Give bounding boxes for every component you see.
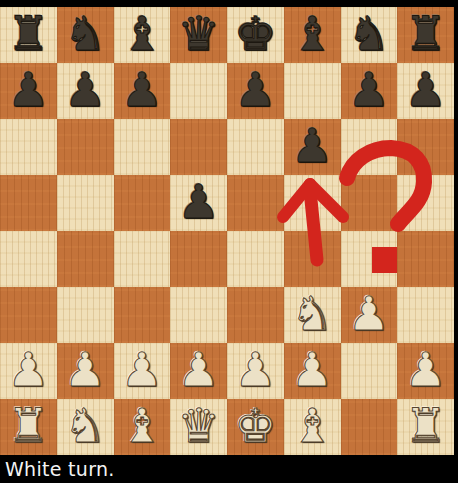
square-d5[interactable]: ♟ [170,175,227,231]
black-p-piece[interactable]: ♟ [64,66,106,113]
square-g5[interactable] [341,175,398,231]
square-c7[interactable]: ♟ [114,63,171,119]
square-a6[interactable] [0,119,57,175]
black-q-piece[interactable]: ♛ [178,10,220,57]
square-g2[interactable] [341,343,398,399]
square-g6[interactable] [341,119,398,175]
square-b8[interactable]: ♞ [57,7,114,63]
square-d7[interactable] [170,63,227,119]
white-p-piece[interactable]: ♟ [291,346,333,393]
black-p-piece[interactable]: ♟ [348,66,390,113]
square-f8[interactable]: ♝ [284,7,341,63]
square-a4[interactable] [0,231,57,287]
square-f1[interactable]: ♝ [284,399,341,455]
square-c5[interactable] [114,175,171,231]
white-n-piece[interactable]: ♞ [64,402,106,449]
square-a8[interactable]: ♜ [0,7,57,63]
square-d1[interactable]: ♛ [170,399,227,455]
square-f3[interactable]: ♞ [284,287,341,343]
square-h1[interactable]: ♜ [397,399,454,455]
white-p-piece[interactable]: ♟ [121,346,163,393]
square-b6[interactable] [57,119,114,175]
white-p-piece[interactable]: ♟ [234,346,276,393]
square-a5[interactable] [0,175,57,231]
square-f7[interactable] [284,63,341,119]
black-p-piece[interactable]: ♟ [7,66,49,113]
square-a3[interactable] [0,287,57,343]
black-p-piece[interactable]: ♟ [291,122,333,169]
white-b-piece[interactable]: ♝ [291,402,333,449]
square-e5[interactable] [227,175,284,231]
square-b2[interactable]: ♟ [57,343,114,399]
black-n-piece[interactable]: ♞ [64,10,106,57]
white-p-piece[interactable]: ♟ [178,346,220,393]
white-p-piece[interactable]: ♟ [7,346,49,393]
square-h4[interactable] [397,231,454,287]
white-n-piece[interactable]: ♞ [291,290,333,337]
square-c8[interactable]: ♝ [114,7,171,63]
square-e3[interactable] [227,287,284,343]
square-d8[interactable]: ♛ [170,7,227,63]
square-g8[interactable]: ♞ [341,7,398,63]
square-g4[interactable] [341,231,398,287]
square-d2[interactable]: ♟ [170,343,227,399]
square-h2[interactable]: ♟ [397,343,454,399]
white-r-piece[interactable]: ♜ [7,402,49,449]
black-p-piece[interactable]: ♟ [178,178,220,225]
black-r-piece[interactable]: ♜ [405,10,447,57]
square-g3[interactable]: ♟ [341,287,398,343]
white-b-piece[interactable]: ♝ [121,402,163,449]
white-p-piece[interactable]: ♟ [348,290,390,337]
square-g1[interactable] [341,399,398,455]
black-p-piece[interactable]: ♟ [121,66,163,113]
square-f2[interactable]: ♟ [284,343,341,399]
black-p-piece[interactable]: ♟ [234,66,276,113]
square-e2[interactable]: ♟ [227,343,284,399]
black-p-piece[interactable]: ♟ [405,66,447,113]
status-bar: White turn. [0,455,458,483]
square-h8[interactable]: ♜ [397,7,454,63]
square-b7[interactable]: ♟ [57,63,114,119]
square-d6[interactable] [170,119,227,175]
square-f4[interactable] [284,231,341,287]
square-a2[interactable]: ♟ [0,343,57,399]
square-e6[interactable] [227,119,284,175]
square-b4[interactable] [57,231,114,287]
square-a1[interactable]: ♜ [0,399,57,455]
white-p-piece[interactable]: ♟ [64,346,106,393]
square-c4[interactable] [114,231,171,287]
turn-indicator: White turn. [5,458,115,480]
square-b3[interactable] [57,287,114,343]
white-r-piece[interactable]: ♜ [405,402,447,449]
black-n-piece[interactable]: ♞ [348,10,390,57]
square-b5[interactable] [57,175,114,231]
square-c3[interactable] [114,287,171,343]
chess-board: ♜♞♝♛♚♝♞♜♟♟♟♟♟♟♟♟♞♟♟♟♟♟♟♟♟♜♞♝♛♚♝♜ [0,7,454,455]
square-e4[interactable] [227,231,284,287]
square-e7[interactable]: ♟ [227,63,284,119]
white-k-piece[interactable]: ♚ [234,402,276,449]
square-a7[interactable]: ♟ [0,63,57,119]
square-h6[interactable] [397,119,454,175]
square-h5[interactable] [397,175,454,231]
chess-app: ♜♞♝♛♚♝♞♜♟♟♟♟♟♟♟♟♞♟♟♟♟♟♟♟♟♜♞♝♛♚♝♜ White t… [0,0,458,483]
square-g7[interactable]: ♟ [341,63,398,119]
square-c6[interactable] [114,119,171,175]
black-r-piece[interactable]: ♜ [7,10,49,57]
white-q-piece[interactable]: ♛ [178,402,220,449]
square-c2[interactable]: ♟ [114,343,171,399]
black-b-piece[interactable]: ♝ [291,10,333,57]
square-d3[interactable] [170,287,227,343]
square-c1[interactable]: ♝ [114,399,171,455]
square-h7[interactable]: ♟ [397,63,454,119]
black-b-piece[interactable]: ♝ [121,10,163,57]
white-p-piece[interactable]: ♟ [405,346,447,393]
square-b1[interactable]: ♞ [57,399,114,455]
square-f5[interactable] [284,175,341,231]
square-f6[interactable]: ♟ [284,119,341,175]
square-e1[interactable]: ♚ [227,399,284,455]
black-k-piece[interactable]: ♚ [234,10,276,57]
square-e8[interactable]: ♚ [227,7,284,63]
square-h3[interactable] [397,287,454,343]
square-d4[interactable] [170,231,227,287]
